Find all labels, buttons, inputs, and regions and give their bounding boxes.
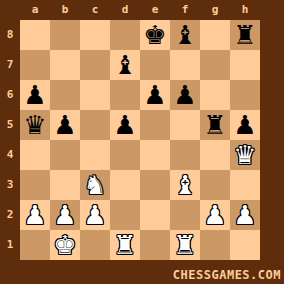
square-f7[interactable]: [170, 50, 200, 80]
file-label-b: b: [50, 0, 80, 20]
square-h5[interactable]: ♟: [230, 110, 260, 140]
square-h8[interactable]: ♜: [230, 20, 260, 50]
square-h6[interactable]: [230, 80, 260, 110]
square-h3[interactable]: [230, 170, 260, 200]
black-king[interactable]: ♚: [143, 20, 166, 50]
square-f8[interactable]: ♝: [170, 20, 200, 50]
chess-board: ♚♝♜♝♟♟♟♛♟♟♜♟♛♞♝♟♟♟♟♟♚♜♜: [20, 20, 260, 260]
square-g6[interactable]: [200, 80, 230, 110]
square-h7[interactable]: [230, 50, 260, 80]
rank-label-3: 3: [0, 170, 20, 200]
black-pawn[interactable]: ♟: [143, 80, 166, 110]
square-e4[interactable]: [140, 140, 170, 170]
square-b7[interactable]: [50, 50, 80, 80]
square-g1[interactable]: [200, 230, 230, 260]
square-h4[interactable]: ♛: [230, 140, 260, 170]
file-label-e: e: [140, 0, 170, 20]
square-g5[interactable]: ♜: [200, 110, 230, 140]
file-label-c: c: [80, 0, 110, 20]
file-label-d: d: [110, 0, 140, 20]
square-d4[interactable]: [110, 140, 140, 170]
square-g2[interactable]: ♟: [200, 200, 230, 230]
rank-label-8: 8: [0, 20, 20, 50]
black-bishop[interactable]: ♝: [113, 50, 136, 80]
square-a4[interactable]: [20, 140, 50, 170]
square-g8[interactable]: [200, 20, 230, 50]
square-d3[interactable]: [110, 170, 140, 200]
square-c6[interactable]: [80, 80, 110, 110]
black-pawn[interactable]: ♟: [23, 80, 46, 110]
square-c3[interactable]: ♞: [80, 170, 110, 200]
square-a7[interactable]: [20, 50, 50, 80]
square-g7[interactable]: [200, 50, 230, 80]
square-e6[interactable]: ♟: [140, 80, 170, 110]
square-h1[interactable]: [230, 230, 260, 260]
rank-label-7: 7: [0, 50, 20, 80]
rank-label-6: 6: [0, 80, 20, 110]
square-a3[interactable]: [20, 170, 50, 200]
black-pawn[interactable]: ♟: [233, 110, 256, 140]
square-g4[interactable]: [200, 140, 230, 170]
file-label-g: g: [200, 0, 230, 20]
white-bishop[interactable]: ♝: [173, 170, 196, 200]
square-f2[interactable]: [170, 200, 200, 230]
black-pawn[interactable]: ♟: [173, 80, 196, 110]
square-a8[interactable]: [20, 20, 50, 50]
square-d1[interactable]: ♜: [110, 230, 140, 260]
square-c8[interactable]: [80, 20, 110, 50]
square-f6[interactable]: ♟: [170, 80, 200, 110]
square-e8[interactable]: ♚: [140, 20, 170, 50]
file-labels: abcdefgh: [20, 0, 260, 20]
white-pawn[interactable]: ♟: [203, 200, 226, 230]
black-rook[interactable]: ♜: [203, 110, 226, 140]
white-knight[interactable]: ♞: [83, 170, 106, 200]
square-f5[interactable]: [170, 110, 200, 140]
file-label-h: h: [230, 0, 260, 20]
square-a5[interactable]: ♛: [20, 110, 50, 140]
square-f1[interactable]: ♜: [170, 230, 200, 260]
square-d5[interactable]: ♟: [110, 110, 140, 140]
rank-labels: 87654321: [0, 20, 20, 260]
square-c4[interactable]: [80, 140, 110, 170]
file-label-a: a: [20, 0, 50, 20]
square-e3[interactable]: [140, 170, 170, 200]
square-g3[interactable]: [200, 170, 230, 200]
square-a2[interactable]: ♟: [20, 200, 50, 230]
square-c5[interactable]: [80, 110, 110, 140]
rank-label-2: 2: [0, 200, 20, 230]
square-f4[interactable]: [170, 140, 200, 170]
square-c2[interactable]: ♟: [80, 200, 110, 230]
white-rook[interactable]: ♜: [113, 230, 136, 260]
square-d6[interactable]: [110, 80, 140, 110]
square-a1[interactable]: [20, 230, 50, 260]
square-e5[interactable]: [140, 110, 170, 140]
black-bishop[interactable]: ♝: [173, 20, 196, 50]
white-rook[interactable]: ♜: [173, 230, 196, 260]
square-c7[interactable]: [80, 50, 110, 80]
rank-label-1: 1: [0, 230, 20, 260]
square-a6[interactable]: ♟: [20, 80, 50, 110]
black-pawn[interactable]: ♟: [53, 110, 76, 140]
square-b6[interactable]: [50, 80, 80, 110]
square-b5[interactable]: ♟: [50, 110, 80, 140]
chess-board-frame: abcdefgh 87654321 ♚♝♜♝♟♟♟♛♟♟♜♟♛♞♝♟♟♟♟♟♚♜…: [0, 0, 284, 284]
rank-label-4: 4: [0, 140, 20, 170]
square-b2[interactable]: ♟: [50, 200, 80, 230]
rank-label-5: 5: [0, 110, 20, 140]
white-queen[interactable]: ♛: [233, 140, 256, 170]
square-d8[interactable]: [110, 20, 140, 50]
square-e7[interactable]: [140, 50, 170, 80]
square-b8[interactable]: [50, 20, 80, 50]
white-pawn[interactable]: ♟: [233, 200, 256, 230]
white-pawn[interactable]: ♟: [23, 200, 46, 230]
black-pawn[interactable]: ♟: [113, 110, 136, 140]
square-c1[interactable]: [80, 230, 110, 260]
site-credit-label: CHESSGAMES.COM: [173, 268, 281, 282]
black-rook[interactable]: ♜: [233, 20, 256, 50]
black-queen[interactable]: ♛: [23, 110, 46, 140]
white-king[interactable]: ♚: [53, 230, 76, 260]
square-e1[interactable]: [140, 230, 170, 260]
square-d7[interactable]: ♝: [110, 50, 140, 80]
white-pawn[interactable]: ♟: [83, 200, 106, 230]
square-e2[interactable]: [140, 200, 170, 230]
square-h2[interactable]: ♟: [230, 200, 260, 230]
square-d2[interactable]: [110, 200, 140, 230]
square-b3[interactable]: [50, 170, 80, 200]
square-f3[interactable]: ♝: [170, 170, 200, 200]
file-label-f: f: [170, 0, 200, 20]
square-b1[interactable]: ♚: [50, 230, 80, 260]
square-b4[interactable]: [50, 140, 80, 170]
white-pawn[interactable]: ♟: [53, 200, 76, 230]
